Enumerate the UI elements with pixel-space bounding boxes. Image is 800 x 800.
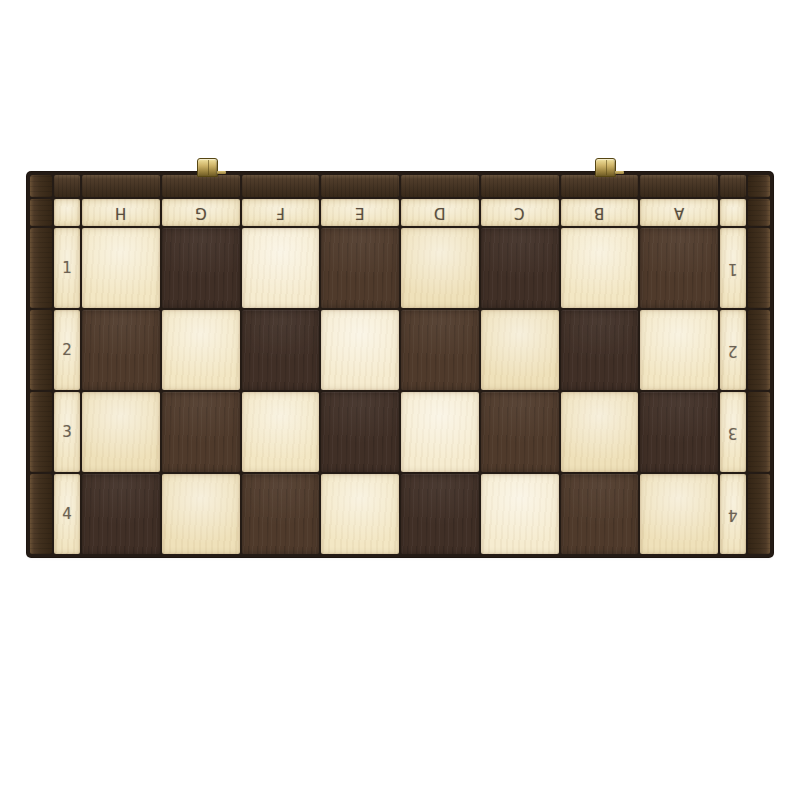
- file-label-a: A: [674, 205, 684, 220]
- file-label-g: G: [195, 205, 207, 220]
- hinge-row-cell: [640, 175, 718, 197]
- file-label-cell: F: [242, 199, 320, 226]
- rank-number-left-3: 3: [62, 425, 72, 440]
- square-h4: [82, 474, 160, 554]
- rank-number-left-4: 4: [62, 507, 72, 522]
- file-label-cell: E: [321, 199, 399, 226]
- hinge-row-cell: [481, 175, 559, 197]
- rank-number-right-1: 1: [728, 261, 738, 276]
- rank-label-left-4: 4: [54, 474, 80, 554]
- hinge-row-cell: [321, 175, 399, 197]
- board-grid: HGFEDCBA11223344: [27, 172, 773, 557]
- product-photo: HGFEDCBA11223344: [0, 0, 800, 800]
- square-c2: [481, 310, 559, 390]
- square-f2: [242, 310, 320, 390]
- rank-number-right-4: 4: [728, 507, 738, 522]
- square-h1: [82, 228, 160, 308]
- square-b4: [561, 474, 639, 554]
- rank-label-left-2: 2: [54, 310, 80, 390]
- hinge-row-cell: [401, 175, 479, 197]
- frame-segment-left: [30, 199, 52, 226]
- square-d2: [401, 310, 479, 390]
- square-d1: [401, 228, 479, 308]
- file-label-h: H: [115, 205, 126, 220]
- square-f3: [242, 392, 320, 472]
- frame-corner-top-left: [30, 175, 52, 197]
- hinge-row-cell: [720, 175, 746, 197]
- rank-label-right-2: 2: [720, 310, 746, 390]
- square-e4: [321, 474, 399, 554]
- square-f4: [242, 474, 320, 554]
- frame-segment-right: [748, 228, 770, 308]
- square-g3: [162, 392, 240, 472]
- frame-segment-right: [748, 392, 770, 472]
- rank-number-left-2: 2: [62, 343, 72, 358]
- square-c4: [481, 474, 559, 554]
- frame-segment-right: [748, 310, 770, 390]
- square-h2: [82, 310, 160, 390]
- square-c3: [481, 392, 559, 472]
- square-a4: [640, 474, 718, 554]
- file-label-d: D: [434, 205, 446, 220]
- file-label-b: B: [594, 205, 604, 220]
- frame-corner-top-right: [748, 175, 770, 197]
- square-e3: [321, 392, 399, 472]
- rank-label-right-4: 4: [720, 474, 746, 554]
- rank-label-right-3: 3: [720, 392, 746, 472]
- hinge-row-cell: [54, 175, 80, 197]
- file-label-e: E: [355, 205, 364, 220]
- square-g2: [162, 310, 240, 390]
- hinge-row-cell: [162, 175, 240, 197]
- brass-hinge-right: [595, 158, 616, 177]
- rank-number-left-1: 1: [62, 261, 72, 276]
- frame-segment-left: [30, 474, 52, 554]
- rank-label-right-1: 1: [720, 228, 746, 308]
- brass-hinge-left: [197, 158, 218, 177]
- frame-segment-right: [748, 199, 770, 226]
- square-b3: [561, 392, 639, 472]
- square-e1: [321, 228, 399, 308]
- square-c1: [481, 228, 559, 308]
- rank-number-right-3: 3: [728, 425, 738, 440]
- hinge-row-cell: [561, 175, 639, 197]
- square-h3: [82, 392, 160, 472]
- file-label-cell: B: [561, 199, 639, 226]
- frame-segment-left: [30, 392, 52, 472]
- rank-label-left-3: 3: [54, 392, 80, 472]
- square-e2: [321, 310, 399, 390]
- file-label-cell: H: [82, 199, 160, 226]
- square-f1: [242, 228, 320, 308]
- file-label-cell: A: [640, 199, 718, 226]
- file-label-cell: D: [401, 199, 479, 226]
- file-label-cell: C: [481, 199, 559, 226]
- frame-segment-left: [30, 228, 52, 308]
- file-label-f: F: [276, 205, 285, 220]
- label-spacer-right: [720, 199, 746, 226]
- square-a3: [640, 392, 718, 472]
- rank-number-right-2: 2: [728, 343, 738, 358]
- file-label-c: C: [514, 205, 524, 220]
- square-a2: [640, 310, 718, 390]
- square-b2: [561, 310, 639, 390]
- rank-label-left-1: 1: [54, 228, 80, 308]
- square-a1: [640, 228, 718, 308]
- frame-segment-right: [748, 474, 770, 554]
- file-label-cell: G: [162, 199, 240, 226]
- square-d3: [401, 392, 479, 472]
- hinge-row-cell: [82, 175, 160, 197]
- square-g1: [162, 228, 240, 308]
- label-spacer-left: [54, 199, 80, 226]
- frame-segment-left: [30, 310, 52, 390]
- square-d4: [401, 474, 479, 554]
- chess-box: HGFEDCBA11223344: [0, 0, 800, 800]
- hinge-row-cell: [242, 175, 320, 197]
- square-g4: [162, 474, 240, 554]
- square-b1: [561, 228, 639, 308]
